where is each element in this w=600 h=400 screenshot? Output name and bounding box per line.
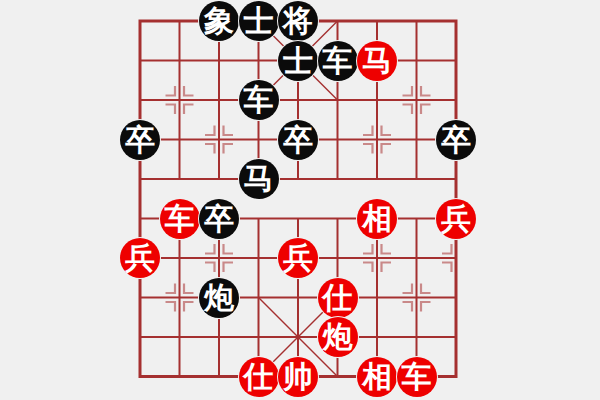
piece-black-elephant[interactable]: 象 — [199, 1, 239, 41]
piece-glyph: 车 — [165, 199, 195, 239]
piece-glyph: 车 — [323, 41, 353, 81]
piece-red-elephant[interactable]: 相 — [357, 199, 397, 239]
piece-red-elephant[interactable]: 相 — [357, 357, 397, 397]
piece-black-advisor[interactable]: 士 — [239, 1, 279, 41]
piece-black-chariot[interactable]: 车 — [318, 41, 358, 81]
piece-glyph: 相 — [362, 199, 392, 239]
piece-red-cannon[interactable]: 炮 — [318, 317, 358, 357]
piece-glyph: 卒 — [204, 199, 234, 239]
piece-glyph: 帅 — [283, 357, 313, 397]
piece-glyph: 马 — [244, 159, 274, 199]
piece-red-horse[interactable]: 马 — [357, 41, 397, 81]
piece-red-general[interactable]: 帅 — [278, 357, 318, 397]
piece-glyph: 相 — [362, 357, 392, 397]
piece-glyph: 炮 — [204, 278, 234, 318]
piece-red-chariot[interactable]: 车 — [160, 199, 200, 239]
piece-grid[interactable]: 象士将士车马车卒卒卒马车卒相兵兵兵炮仕炮仕帅相车 — [120, 1, 476, 396]
piece-glyph: 兵 — [283, 238, 313, 278]
piece-black-soldier[interactable]: 卒 — [436, 120, 476, 160]
piece-glyph: 象 — [204, 1, 234, 41]
piece-glyph: 将 — [283, 1, 313, 41]
piece-glyph: 炮 — [323, 317, 353, 357]
piece-black-chariot[interactable]: 车 — [239, 80, 279, 120]
piece-black-advisor[interactable]: 士 — [278, 41, 318, 81]
piece-black-general[interactable]: 将 — [278, 1, 318, 41]
piece-black-cannon[interactable]: 炮 — [199, 278, 239, 318]
piece-black-soldier[interactable]: 卒 — [120, 120, 160, 160]
piece-glyph: 马 — [362, 41, 392, 81]
piece-glyph: 士 — [244, 1, 274, 41]
piece-black-soldier[interactable]: 卒 — [199, 199, 239, 239]
piece-glyph: 卒 — [125, 120, 155, 160]
piece-red-soldier[interactable]: 兵 — [120, 238, 160, 278]
piece-red-chariot[interactable]: 车 — [397, 357, 437, 397]
xiangqi-board[interactable]: 象士将士车马车卒卒卒马车卒相兵兵兵炮仕炮仕帅相车 — [0, 0, 600, 400]
piece-glyph: 仕 — [323, 278, 353, 318]
piece-glyph: 仕 — [244, 357, 274, 397]
piece-glyph: 卒 — [283, 120, 313, 160]
piece-glyph: 兵 — [125, 238, 155, 278]
piece-glyph: 车 — [402, 357, 432, 397]
piece-red-soldier[interactable]: 兵 — [278, 238, 318, 278]
piece-black-soldier[interactable]: 卒 — [278, 120, 318, 160]
piece-red-advisor[interactable]: 仕 — [239, 357, 279, 397]
piece-red-advisor[interactable]: 仕 — [318, 278, 358, 318]
piece-red-soldier[interactable]: 兵 — [436, 199, 476, 239]
piece-glyph: 卒 — [441, 120, 471, 160]
piece-glyph: 士 — [283, 41, 313, 81]
piece-glyph: 车 — [244, 80, 274, 120]
piece-black-horse[interactable]: 马 — [239, 159, 279, 199]
piece-glyph: 兵 — [441, 199, 471, 239]
